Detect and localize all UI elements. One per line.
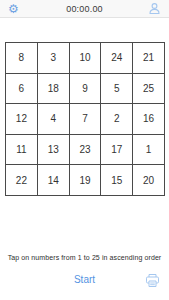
grid-cell-r5c4[interactable]: 15	[101, 165, 133, 196]
grid-cell-r1c5[interactable]: 21	[133, 43, 165, 74]
grid-cell-r1c1[interactable]: 8	[6, 43, 38, 74]
gear-icon: ⚙	[8, 3, 19, 15]
grid-cell-r4c2[interactable]: 13	[38, 135, 70, 166]
schulte-table-app: ⚙ 00:00.00 83102421618952512472161113231…	[0, 0, 169, 300]
grid-cell-r3c1[interactable]: 12	[6, 104, 38, 135]
grid-cell-r4c4[interactable]: 17	[101, 135, 133, 166]
grid-cell-r4c5[interactable]: 1	[133, 135, 165, 166]
grid-cell-r1c3[interactable]: 10	[70, 43, 102, 74]
grid-cell-r3c2[interactable]: 4	[38, 104, 70, 135]
printer-icon	[144, 272, 161, 289]
grid-cell-r2c2[interactable]: 18	[38, 74, 70, 105]
settings-button[interactable]: ⚙	[8, 3, 19, 15]
grid-cell-r5c2[interactable]: 14	[38, 165, 70, 196]
grid-cell-r2c3[interactable]: 9	[70, 74, 102, 105]
grid-cell-r5c5[interactable]: 20	[133, 165, 165, 196]
timer-display: 00:00.00	[0, 4, 169, 14]
grid-cell-r3c4[interactable]: 2	[101, 104, 133, 135]
grid-cell-r1c4[interactable]: 24	[101, 43, 133, 74]
instruction-text: Tap on numbers from 1 to 25 in ascending…	[0, 254, 169, 261]
grid-cell-r4c3[interactable]: 23	[70, 135, 102, 166]
grid-cell-r5c1[interactable]: 22	[6, 165, 38, 196]
grid-cell-r3c3[interactable]: 7	[70, 104, 102, 135]
grid-cell-r3c5[interactable]: 16	[133, 104, 165, 135]
top-bar: ⚙ 00:00.00	[0, 0, 169, 18]
grid-cell-r2c5[interactable]: 25	[133, 74, 165, 105]
grid-cell-r5c3[interactable]: 19	[70, 165, 102, 196]
profile-button[interactable]	[148, 2, 161, 15]
print-button[interactable]	[144, 272, 162, 290]
grid-cell-r1c2[interactable]: 3	[38, 43, 70, 74]
grid-cell-r4c1[interactable]: 11	[6, 135, 38, 166]
schulte-grid: 8310242161895251247216111323171221419152…	[5, 42, 165, 196]
grid-cell-r2c1[interactable]: 6	[6, 74, 38, 105]
person-icon	[148, 2, 161, 15]
grid-cell-r2c4[interactable]: 5	[101, 74, 133, 105]
